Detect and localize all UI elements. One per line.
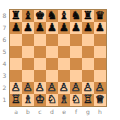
file-label-c: c — [34, 107, 46, 118]
piece-white-queen: ♕ — [95, 94, 105, 106]
square-f1[interactable]: ♘ — [70, 94, 82, 106]
rank-label-5: 5 — [0, 46, 9, 58]
square-h8[interactable]: ♛ — [94, 10, 106, 22]
square-h7[interactable]: ♟ — [94, 22, 106, 34]
square-a3[interactable] — [10, 70, 22, 82]
rank-label-7: 7 — [0, 22, 9, 34]
square-f2[interactable]: ♙ — [70, 82, 82, 94]
square-e5[interactable] — [58, 46, 70, 58]
square-d6[interactable] — [46, 34, 58, 46]
piece-black-pawn: ♟ — [95, 22, 105, 34]
square-h1[interactable]: ♕ — [94, 94, 106, 106]
piece-white-pawn: ♙ — [11, 82, 21, 94]
square-h2[interactable]: ♙ — [94, 82, 106, 94]
square-e4[interactable] — [58, 58, 70, 70]
square-a2[interactable]: ♙ — [10, 82, 22, 94]
piece-black-pawn: ♟ — [83, 22, 93, 34]
rank-labels: 87654321 — [0, 10, 9, 106]
square-a8[interactable]: ♜ — [10, 10, 22, 22]
square-g6[interactable] — [82, 34, 94, 46]
square-e2[interactable]: ♙ — [58, 82, 70, 94]
file-label-d: d — [46, 107, 58, 118]
piece-white-bishop: ♗ — [59, 94, 69, 106]
piece-black-pawn: ♟ — [47, 22, 57, 34]
rank-label-3: 3 — [0, 70, 9, 82]
rank-label-1: 1 — [0, 94, 9, 106]
square-c3[interactable] — [34, 70, 46, 82]
piece-black-rook: ♜ — [83, 10, 93, 22]
file-label-a: a — [10, 107, 22, 118]
square-e1[interactable]: ♗ — [58, 94, 70, 106]
square-e7[interactable]: ♟ — [58, 22, 70, 34]
square-f3[interactable] — [70, 70, 82, 82]
square-c5[interactable] — [34, 46, 46, 58]
square-d7[interactable]: ♟ — [46, 22, 58, 34]
rank-label-6: 6 — [0, 34, 9, 46]
square-b1[interactable]: ♗ — [22, 94, 34, 106]
square-g1[interactable]: ♖ — [82, 94, 94, 106]
square-g4[interactable] — [82, 58, 94, 70]
square-b6[interactable] — [22, 34, 34, 46]
square-a5[interactable] — [10, 46, 22, 58]
piece-black-knight: ♞ — [71, 10, 81, 22]
square-b5[interactable] — [22, 46, 34, 58]
square-h6[interactable] — [94, 34, 106, 46]
piece-white-rook: ♖ — [83, 94, 93, 106]
piece-black-pawn: ♟ — [71, 22, 81, 34]
square-d2[interactable]: ♙ — [46, 82, 58, 94]
square-g7[interactable]: ♟ — [82, 22, 94, 34]
piece-white-knight: ♘ — [71, 94, 81, 106]
piece-black-pawn: ♟ — [23, 22, 33, 34]
square-e3[interactable] — [58, 70, 70, 82]
square-c6[interactable] — [34, 34, 46, 46]
square-h3[interactable] — [94, 70, 106, 82]
square-a4[interactable] — [10, 58, 22, 70]
square-d8[interactable]: ♞ — [46, 10, 58, 22]
file-label-h: h — [94, 107, 106, 118]
square-d4[interactable] — [46, 58, 58, 70]
chess-diagram: 87654321 ♜♝♚♞♝♞♜♛♟♟♟♟♟♟♟♟♙♙♙♙♙♙♙♙♖♗♔♘♗♘♖… — [0, 0, 120, 120]
square-h4[interactable] — [94, 58, 106, 70]
rank-label-4: 4 — [0, 58, 9, 70]
square-a7[interactable]: ♟ — [10, 22, 22, 34]
piece-white-pawn: ♙ — [59, 82, 69, 94]
piece-black-queen: ♛ — [95, 10, 105, 22]
file-label-g: g — [82, 107, 94, 118]
piece-white-pawn: ♙ — [95, 82, 105, 94]
square-a6[interactable] — [10, 34, 22, 46]
piece-black-pawn: ♟ — [11, 22, 21, 34]
square-b8[interactable]: ♝ — [22, 10, 34, 22]
square-c1[interactable]: ♔ — [34, 94, 46, 106]
file-labels: abcdefgh — [10, 107, 106, 118]
square-c8[interactable]: ♚ — [34, 10, 46, 22]
piece-white-pawn: ♙ — [47, 82, 57, 94]
rank-label-2: 2 — [0, 82, 9, 94]
file-label-e: e — [58, 107, 70, 118]
square-b2[interactable]: ♙ — [22, 82, 34, 94]
square-c7[interactable]: ♟ — [34, 22, 46, 34]
square-g2[interactable]: ♙ — [82, 82, 94, 94]
square-d1[interactable]: ♘ — [46, 94, 58, 106]
square-f5[interactable] — [70, 46, 82, 58]
piece-white-pawn: ♙ — [71, 82, 81, 94]
square-d5[interactable] — [46, 46, 58, 58]
piece-white-pawn: ♙ — [35, 82, 45, 94]
piece-white-pawn: ♙ — [23, 82, 33, 94]
square-g5[interactable] — [82, 46, 94, 58]
piece-white-bishop: ♗ — [23, 94, 33, 106]
piece-white-rook: ♖ — [11, 94, 21, 106]
square-g3[interactable] — [82, 70, 94, 82]
piece-black-pawn: ♟ — [59, 22, 69, 34]
piece-black-bishop: ♝ — [23, 10, 33, 22]
square-f7[interactable]: ♟ — [70, 22, 82, 34]
square-h5[interactable] — [94, 46, 106, 58]
piece-black-king: ♚ — [35, 10, 45, 22]
piece-black-rook: ♜ — [11, 10, 21, 22]
square-d3[interactable] — [46, 70, 58, 82]
piece-black-bishop: ♝ — [59, 10, 69, 22]
square-b3[interactable] — [22, 70, 34, 82]
chess-board: ♜♝♚♞♝♞♜♛♟♟♟♟♟♟♟♟♙♙♙♙♙♙♙♙♖♗♔♘♗♘♖♕ — [9, 9, 107, 107]
square-a1[interactable]: ♖ — [10, 94, 22, 106]
piece-white-king: ♔ — [35, 94, 45, 106]
square-f6[interactable] — [70, 34, 82, 46]
square-b7[interactable]: ♟ — [22, 22, 34, 34]
piece-black-pawn: ♟ — [35, 22, 45, 34]
square-e8[interactable]: ♝ — [58, 10, 70, 22]
square-f8[interactable]: ♞ — [70, 10, 82, 22]
square-c2[interactable]: ♙ — [34, 82, 46, 94]
file-label-b: b — [22, 107, 34, 118]
piece-white-knight: ♘ — [47, 94, 57, 106]
square-f4[interactable] — [70, 58, 82, 70]
file-label-f: f — [70, 107, 82, 118]
piece-black-knight: ♞ — [47, 10, 57, 22]
square-b4[interactable] — [22, 58, 34, 70]
rank-label-8: 8 — [0, 10, 9, 22]
square-e6[interactable] — [58, 34, 70, 46]
square-g8[interactable]: ♜ — [82, 10, 94, 22]
piece-white-pawn: ♙ — [83, 82, 93, 94]
square-c4[interactable] — [34, 58, 46, 70]
